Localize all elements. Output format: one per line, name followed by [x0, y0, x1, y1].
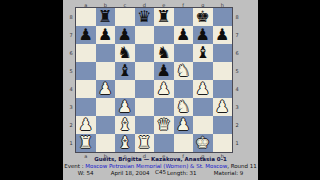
square-e8[interactable]: ♜ — [154, 8, 174, 26]
black-pawn-h7: ♟ — [215, 27, 229, 43]
rank-label-4: 4 — [233, 80, 241, 98]
square-b3[interactable] — [96, 98, 116, 116]
square-f5[interactable]: ♞ — [174, 62, 194, 80]
square-c3[interactable]: ♟ — [115, 98, 135, 116]
square-g7[interactable]: ♟ — [193, 26, 213, 44]
square-c7[interactable]: ♟ — [115, 26, 135, 44]
black-knight-e6: ♞ — [157, 45, 171, 61]
white-pawn-a2: ♟ — [79, 117, 93, 133]
black-pawn-f7: ♟ — [176, 27, 190, 43]
white-knight-f3: ♞ — [176, 99, 190, 115]
square-b4[interactable]: ♟ — [96, 80, 116, 98]
square-b5[interactable] — [96, 62, 116, 80]
rank-label-1: 1 — [233, 134, 241, 152]
black-pawn-a7: ♟ — [79, 27, 93, 43]
square-h4[interactable] — [213, 80, 233, 98]
square-h8[interactable] — [213, 8, 233, 26]
rank-label-3: 3 — [233, 98, 241, 116]
rank-label-2: 2 — [233, 116, 241, 134]
white-rook-a1: ♜ — [79, 135, 93, 151]
white-pawn-b4: ♟ — [98, 81, 112, 97]
square-d8[interactable]: ♛ — [135, 8, 155, 26]
stat-date: April 18, 2004 — [111, 170, 150, 176]
players-line: Gueits, Brigitta — Kazakova, Anastasia 0… — [63, 156, 258, 162]
square-d7[interactable] — [135, 26, 155, 44]
rank-label-1: 1 — [67, 134, 75, 152]
rank-label-8: 8 — [233, 8, 241, 26]
chess-board: ♜♛♜♚♟♟♟♟♟♟♞♞♝♝♟♞♟♟♟♟♞♟♟♝♛♟♜♝♜♚ — [76, 8, 232, 152]
square-h1[interactable] — [213, 134, 233, 152]
square-g2[interactable] — [193, 116, 213, 134]
rank-label-6: 6 — [233, 44, 241, 62]
square-a6[interactable] — [76, 44, 96, 62]
square-g8[interactable]: ♚ — [193, 8, 213, 26]
white-queen-e2: ♛ — [157, 117, 171, 133]
square-g5[interactable] — [193, 62, 213, 80]
square-h2[interactable] — [213, 116, 233, 134]
square-b2[interactable] — [96, 116, 116, 134]
square-b1[interactable] — [96, 134, 116, 152]
stat-material: Material: 9 — [214, 170, 243, 176]
square-f3[interactable]: ♞ — [174, 98, 194, 116]
square-g6[interactable]: ♝ — [193, 44, 213, 62]
square-h3[interactable]: ♟ — [213, 98, 233, 116]
white-pawn-c3: ♟ — [118, 99, 132, 115]
rank-label-5: 5 — [67, 62, 75, 80]
square-a1[interactable]: ♜ — [76, 134, 96, 152]
white-king-g1: ♚ — [196, 135, 210, 151]
rank-labels-left: 87654321 — [67, 8, 75, 152]
square-c2[interactable]: ♝ — [115, 116, 135, 134]
rank-label-4: 4 — [67, 80, 75, 98]
black-pawn-g7: ♟ — [196, 27, 210, 43]
square-f7[interactable]: ♟ — [174, 26, 194, 44]
white-pawn-g4: ♟ — [196, 81, 210, 97]
black-knight-c6: ♞ — [118, 45, 132, 61]
white-bishop-c2: ♝ — [118, 117, 132, 133]
square-d1[interactable]: ♜ — [135, 134, 155, 152]
stat-move-number: W: 54 — [78, 170, 94, 176]
square-b8[interactable]: ♜ — [96, 8, 116, 26]
square-f2[interactable]: ♟ — [174, 116, 194, 134]
black-pawn-c7: ♟ — [118, 27, 132, 43]
square-h7[interactable]: ♟ — [213, 26, 233, 44]
square-g1[interactable]: ♚ — [193, 134, 213, 152]
stats-line: W: 54 April 18, 2004 Length: 31 Material… — [63, 170, 258, 176]
square-g4[interactable]: ♟ — [193, 80, 213, 98]
square-e1[interactable] — [154, 134, 174, 152]
rank-label-3: 3 — [67, 98, 75, 116]
square-e7[interactable] — [154, 26, 174, 44]
white-rook-d1: ♜ — [137, 135, 151, 151]
square-c8[interactable] — [115, 8, 135, 26]
square-a3[interactable] — [76, 98, 96, 116]
rank-label-5: 5 — [233, 62, 241, 80]
square-e4[interactable]: ♟ — [154, 80, 174, 98]
rank-labels-right: 87654321 — [233, 8, 241, 152]
square-c1[interactable]: ♝ — [115, 134, 135, 152]
white-pawn-e4: ♟ — [157, 81, 171, 97]
event-label: Event : — [64, 163, 85, 169]
video-frame: abcdefgh abcdefgh 87654321 87654321 ♜♛♜♚… — [0, 0, 320, 180]
square-a7[interactable]: ♟ — [76, 26, 96, 44]
square-a8[interactable] — [76, 8, 96, 26]
square-g3[interactable] — [193, 98, 213, 116]
black-pawn-e5: ♟ — [157, 63, 171, 79]
square-d3[interactable] — [135, 98, 155, 116]
black-pawn-b7: ♟ — [98, 27, 112, 43]
rank-label-2: 2 — [67, 116, 75, 134]
stat-length: Length: 31 — [167, 170, 197, 176]
black-bishop-g6: ♝ — [196, 45, 210, 61]
black-king-g8: ♚ — [196, 9, 210, 25]
white-pawn-f2: ♟ — [176, 117, 190, 133]
square-h5[interactable] — [213, 62, 233, 80]
rank-label-6: 6 — [67, 44, 75, 62]
square-b7[interactable]: ♟ — [96, 26, 116, 44]
white-bishop-c1: ♝ — [118, 135, 132, 151]
rank-label-7: 7 — [233, 26, 241, 44]
square-h6[interactable] — [213, 44, 233, 62]
square-f8[interactable] — [174, 8, 194, 26]
rank-label-7: 7 — [67, 26, 75, 44]
black-bishop-c5: ♝ — [118, 63, 132, 79]
black-rook-e8: ♜ — [157, 9, 171, 25]
square-a2[interactable]: ♟ — [76, 116, 96, 134]
square-a4[interactable] — [76, 80, 96, 98]
square-c6[interactable]: ♞ — [115, 44, 135, 62]
square-a5[interactable] — [76, 62, 96, 80]
black-queen-d8: ♛ — [137, 9, 151, 25]
square-f4[interactable] — [174, 80, 194, 98]
black-rook-b8: ♜ — [98, 9, 112, 25]
square-d5[interactable] — [135, 62, 155, 80]
square-d6[interactable] — [135, 44, 155, 62]
square-e2[interactable]: ♛ — [154, 116, 174, 134]
square-e6[interactable]: ♞ — [154, 44, 174, 62]
square-c4[interactable] — [115, 80, 135, 98]
square-e5[interactable]: ♟ — [154, 62, 174, 80]
square-d4[interactable] — [135, 80, 155, 98]
square-d2[interactable] — [135, 116, 155, 134]
square-f1[interactable] — [174, 134, 194, 152]
square-e3[interactable] — [154, 98, 174, 116]
white-knight-f5: ♞ — [176, 63, 190, 79]
square-f6[interactable] — [174, 44, 194, 62]
rank-label-8: 8 — [67, 8, 75, 26]
square-b6[interactable] — [96, 44, 116, 62]
white-pawn-h3: ♟ — [215, 99, 229, 115]
square-c5[interactable]: ♝ — [115, 62, 135, 80]
